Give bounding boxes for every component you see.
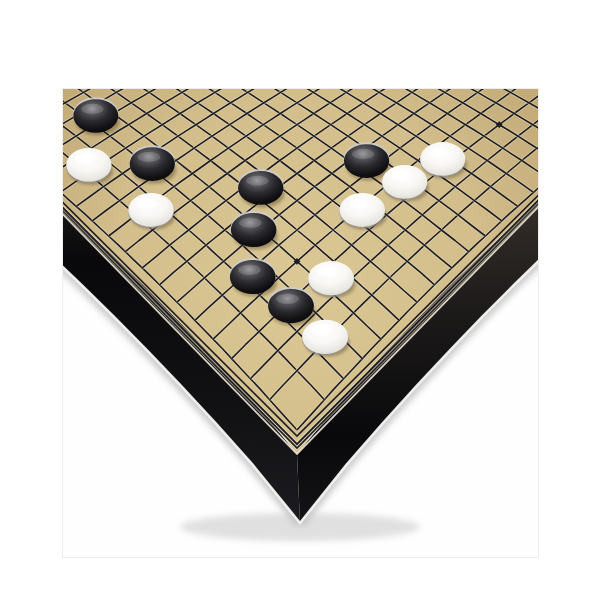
stone-body bbox=[66, 148, 111, 182]
stone-specular bbox=[138, 152, 161, 162]
product-photo-page bbox=[0, 0, 600, 600]
black-stone[interactable] bbox=[268, 287, 316, 326]
stone-specular bbox=[391, 170, 410, 181]
go-board bbox=[63, 89, 538, 557]
stone-body bbox=[302, 320, 348, 354]
stone-body bbox=[382, 165, 427, 199]
stone-specular bbox=[137, 198, 156, 209]
stone-specular bbox=[349, 198, 368, 209]
stone-specular bbox=[81, 104, 103, 114]
stone-body bbox=[308, 261, 354, 295]
stone-specular bbox=[429, 147, 448, 158]
stone-specular bbox=[75, 153, 94, 164]
stone-specular bbox=[246, 176, 269, 186]
stone-body bbox=[128, 193, 173, 227]
stone-specular bbox=[352, 149, 375, 159]
stone-specular bbox=[239, 218, 262, 228]
stone-specular bbox=[276, 294, 299, 304]
stone-body bbox=[420, 142, 465, 176]
black-stone[interactable] bbox=[230, 211, 277, 250]
stone-specular bbox=[317, 266, 336, 277]
stone-specular bbox=[311, 325, 330, 336]
stone-body bbox=[340, 193, 385, 227]
go-set-photo bbox=[62, 88, 539, 558]
stone-specular bbox=[238, 265, 261, 275]
black-stone[interactable] bbox=[229, 258, 277, 297]
